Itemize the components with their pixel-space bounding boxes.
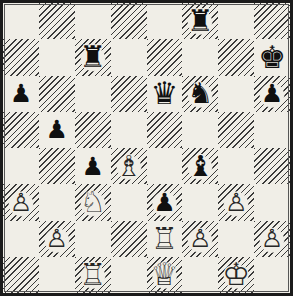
square-d4[interactable]: ♗ bbox=[111, 148, 147, 184]
square-f5[interactable] bbox=[182, 112, 218, 148]
black-rook-icon: ♜ bbox=[79, 42, 106, 72]
square-b3[interactable] bbox=[39, 184, 75, 220]
square-d8[interactable] bbox=[111, 3, 147, 39]
black-rook-icon: ♜ bbox=[187, 6, 214, 36]
square-c1[interactable]: ♖ bbox=[75, 257, 111, 293]
square-b5[interactable]: ♟ bbox=[39, 112, 75, 148]
square-g1[interactable]: ♔ bbox=[218, 257, 254, 293]
square-f3[interactable] bbox=[182, 184, 218, 220]
square-c5[interactable] bbox=[75, 112, 111, 148]
square-b1[interactable] bbox=[39, 257, 75, 293]
square-g4[interactable] bbox=[218, 148, 254, 184]
square-h7[interactable]: ♚ bbox=[254, 39, 290, 75]
chess-diagram: ♜♜♚♟♛♞♟♟♟♗♝♙♘♟♙♙♖♙♙♖♕♔ bbox=[0, 0, 293, 296]
square-b7[interactable] bbox=[39, 39, 75, 75]
white-pawn-icon: ♙ bbox=[261, 226, 283, 251]
square-g7[interactable] bbox=[218, 39, 254, 75]
black-pawn-icon: ♟ bbox=[153, 190, 175, 215]
square-g5[interactable] bbox=[218, 112, 254, 148]
white-pawn-icon: ♙ bbox=[10, 190, 32, 215]
square-a1[interactable] bbox=[3, 257, 39, 293]
white-rook-icon: ♖ bbox=[79, 260, 106, 290]
square-h4[interactable] bbox=[254, 148, 290, 184]
white-king-icon: ♔ bbox=[222, 259, 250, 290]
black-queen-icon: ♛ bbox=[151, 78, 179, 109]
square-b8[interactable] bbox=[39, 3, 75, 39]
square-h8[interactable] bbox=[254, 3, 290, 39]
square-f7[interactable] bbox=[182, 39, 218, 75]
square-f8[interactable]: ♜ bbox=[182, 3, 218, 39]
white-pawn-icon: ♙ bbox=[46, 226, 68, 251]
white-bishop-icon: ♗ bbox=[116, 152, 142, 181]
square-e1[interactable]: ♕ bbox=[147, 257, 183, 293]
square-a4[interactable] bbox=[3, 148, 39, 184]
white-knight-icon: ♘ bbox=[80, 188, 106, 217]
black-pawn-icon: ♟ bbox=[46, 117, 68, 142]
square-h5[interactable] bbox=[254, 112, 290, 148]
square-b6[interactable] bbox=[39, 76, 75, 112]
square-c2[interactable] bbox=[75, 221, 111, 257]
black-bishop-icon: ♝ bbox=[187, 152, 213, 181]
square-c8[interactable] bbox=[75, 3, 111, 39]
square-c6[interactable] bbox=[75, 76, 111, 112]
square-a6[interactable]: ♟ bbox=[3, 76, 39, 112]
square-h3[interactable] bbox=[254, 184, 290, 220]
black-pawn-icon: ♟ bbox=[261, 81, 283, 106]
square-e3[interactable]: ♟ bbox=[147, 184, 183, 220]
square-g2[interactable] bbox=[218, 221, 254, 257]
square-e4[interactable] bbox=[147, 148, 183, 184]
square-h6[interactable]: ♟ bbox=[254, 76, 290, 112]
square-d2[interactable] bbox=[111, 221, 147, 257]
white-pawn-icon: ♙ bbox=[225, 190, 247, 215]
square-d5[interactable] bbox=[111, 112, 147, 148]
square-a3[interactable]: ♙ bbox=[3, 184, 39, 220]
square-d7[interactable] bbox=[111, 39, 147, 75]
square-h2[interactable]: ♙ bbox=[254, 221, 290, 257]
square-a5[interactable] bbox=[3, 112, 39, 148]
square-e6[interactable]: ♛ bbox=[147, 76, 183, 112]
square-f4[interactable]: ♝ bbox=[182, 148, 218, 184]
square-d1[interactable] bbox=[111, 257, 147, 293]
square-b2[interactable]: ♙ bbox=[39, 221, 75, 257]
square-a7[interactable] bbox=[3, 39, 39, 75]
white-queen-icon: ♕ bbox=[151, 259, 179, 290]
black-pawn-icon: ♟ bbox=[10, 81, 32, 106]
square-g8[interactable] bbox=[218, 3, 254, 39]
square-c3[interactable]: ♘ bbox=[75, 184, 111, 220]
square-f2[interactable]: ♙ bbox=[182, 221, 218, 257]
square-f6[interactable]: ♞ bbox=[182, 76, 218, 112]
black-pawn-icon: ♟ bbox=[81, 154, 103, 179]
chess-board: ♜♜♚♟♛♞♟♟♟♗♝♙♘♟♙♙♖♙♙♖♕♔ bbox=[0, 0, 293, 296]
square-a2[interactable] bbox=[3, 221, 39, 257]
square-g6[interactable] bbox=[218, 76, 254, 112]
square-e8[interactable] bbox=[147, 3, 183, 39]
square-c4[interactable]: ♟ bbox=[75, 148, 111, 184]
square-d6[interactable] bbox=[111, 76, 147, 112]
white-rook-icon: ♖ bbox=[151, 224, 178, 254]
square-e2[interactable]: ♖ bbox=[147, 221, 183, 257]
square-c7[interactable]: ♜ bbox=[75, 39, 111, 75]
square-a8[interactable] bbox=[3, 3, 39, 39]
square-b4[interactable] bbox=[39, 148, 75, 184]
square-f1[interactable] bbox=[182, 257, 218, 293]
black-knight-icon: ♞ bbox=[187, 79, 213, 108]
square-h1[interactable] bbox=[254, 257, 290, 293]
black-king-icon: ♚ bbox=[258, 42, 286, 73]
square-e7[interactable] bbox=[147, 39, 183, 75]
white-pawn-icon: ♙ bbox=[189, 226, 211, 251]
square-d3[interactable] bbox=[111, 184, 147, 220]
square-g3[interactable]: ♙ bbox=[218, 184, 254, 220]
square-e5[interactable] bbox=[147, 112, 183, 148]
